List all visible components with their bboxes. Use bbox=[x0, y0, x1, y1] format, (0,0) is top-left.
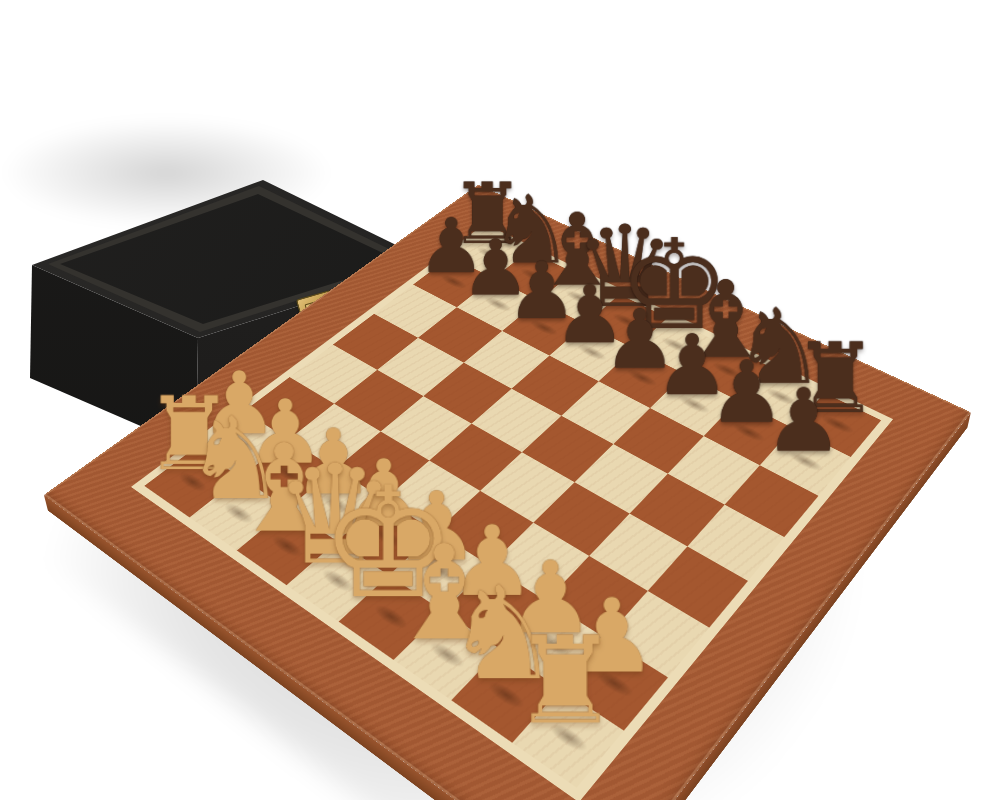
chess-board: ♜ ♞ ♝ ♛ ♚ ♝ ♞ ♜ ♟ ♟ ♟ ♟ ♟ ♟ ♟ ♟ ♟ ♟ ♟ bbox=[48, 199, 967, 800]
board-top: ♜ ♞ ♝ ♛ ♚ ♝ ♞ ♜ ♟ ♟ ♟ ♟ ♟ ♟ ♟ ♟ ♟ ♟ ♟ bbox=[44, 185, 971, 800]
scene: ♜ ♞ ♝ ♛ ♚ ♝ ♞ ♜ ♟ ♟ ♟ ♟ ♟ ♟ ♟ ♟ ♟ ♟ ♟ bbox=[0, 0, 1000, 800]
board-scene: ♜ ♞ ♝ ♛ ♚ ♝ ♞ ♜ ♟ ♟ ♟ ♟ ♟ ♟ ♟ ♟ ♟ ♟ ♟ bbox=[0, 0, 1000, 800]
